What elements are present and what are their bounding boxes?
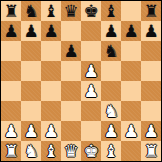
piece-white-rook[interactable]: ♜ — [143, 141, 158, 161]
piece-white-pawn[interactable]: ♟ — [103, 121, 118, 141]
square-a1[interactable]: ♜ — [1, 141, 21, 161]
square-f1[interactable]: ♝ — [101, 141, 121, 161]
square-c4[interactable] — [41, 81, 61, 101]
piece-black-rook[interactable]: ♜ — [3, 1, 18, 21]
piece-black-bishop[interactable]: ♝ — [103, 1, 118, 21]
square-f2[interactable]: ♟ — [101, 121, 121, 141]
square-h7[interactable]: ♟ — [141, 21, 161, 41]
square-d1[interactable]: ♛ — [61, 141, 81, 161]
square-a6[interactable] — [1, 41, 21, 61]
piece-white-king[interactable]: ♚ — [83, 141, 98, 161]
piece-black-pawn[interactable]: ♟ — [123, 21, 138, 41]
piece-black-queen[interactable]: ♛ — [63, 1, 78, 21]
piece-white-pawn[interactable]: ♟ — [83, 81, 98, 101]
piece-white-knight[interactable]: ♞ — [23, 141, 38, 161]
piece-white-knight[interactable]: ♞ — [103, 101, 118, 121]
square-c7[interactable]: ♟ — [41, 21, 61, 41]
square-e2[interactable] — [81, 121, 101, 141]
square-g1[interactable] — [121, 141, 141, 161]
square-h1[interactable]: ♜ — [141, 141, 161, 161]
square-c3[interactable] — [41, 101, 61, 121]
piece-white-pawn[interactable]: ♟ — [123, 121, 138, 141]
square-f5[interactable] — [101, 61, 121, 81]
square-g4[interactable] — [121, 81, 141, 101]
square-a2[interactable]: ♟ — [1, 121, 21, 141]
piece-black-rook[interactable]: ♜ — [143, 1, 158, 21]
square-e4[interactable]: ♟ — [81, 81, 101, 101]
square-c8[interactable]: ♝ — [41, 1, 61, 21]
square-a8[interactable]: ♜ — [1, 1, 21, 21]
square-h8[interactable]: ♜ — [141, 1, 161, 21]
square-h6[interactable] — [141, 41, 161, 61]
piece-white-pawn[interactable]: ♟ — [3, 121, 18, 141]
square-e3[interactable] — [81, 101, 101, 121]
piece-white-bishop[interactable]: ♝ — [103, 141, 118, 161]
square-d6[interactable]: ♟ — [61, 41, 81, 61]
square-h5[interactable] — [141, 61, 161, 81]
piece-black-pawn[interactable]: ♟ — [103, 21, 118, 41]
piece-black-knight[interactable]: ♞ — [23, 1, 38, 21]
square-e5[interactable]: ♟ — [81, 61, 101, 81]
square-e1[interactable]: ♚ — [81, 141, 101, 161]
square-d3[interactable] — [61, 101, 81, 121]
square-e7[interactable] — [81, 21, 101, 41]
square-h3[interactable] — [141, 101, 161, 121]
square-c2[interactable]: ♟ — [41, 121, 61, 141]
square-b6[interactable] — [21, 41, 41, 61]
square-a3[interactable] — [1, 101, 21, 121]
piece-black-king[interactable]: ♚ — [83, 1, 98, 21]
square-f3[interactable]: ♞ — [101, 101, 121, 121]
piece-black-pawn[interactable]: ♟ — [43, 21, 58, 41]
square-d8[interactable]: ♛ — [61, 1, 81, 21]
piece-white-pawn[interactable]: ♟ — [143, 121, 158, 141]
square-b4[interactable] — [21, 81, 41, 101]
piece-black-pawn[interactable]: ♟ — [23, 21, 38, 41]
square-c5[interactable] — [41, 61, 61, 81]
square-h2[interactable]: ♟ — [141, 121, 161, 141]
piece-white-pawn[interactable]: ♟ — [23, 121, 38, 141]
square-d2[interactable] — [61, 121, 81, 141]
square-h4[interactable] — [141, 81, 161, 101]
square-a4[interactable] — [1, 81, 21, 101]
square-d4[interactable] — [61, 81, 81, 101]
piece-black-pawn[interactable]: ♟ — [63, 41, 78, 61]
piece-black-knight[interactable]: ♞ — [103, 41, 118, 61]
square-b7[interactable]: ♟ — [21, 21, 41, 41]
square-b5[interactable] — [21, 61, 41, 81]
square-b8[interactable]: ♞ — [21, 1, 41, 21]
square-b1[interactable]: ♞ — [21, 141, 41, 161]
square-f4[interactable] — [101, 81, 121, 101]
chess-board: ♜♞♝♛♚♝♜♟♟♟♟♟♟♟♞♟♟♞♟♟♟♟♟♟♜♞♝♛♚♝♜ — [0, 0, 162, 162]
square-f7[interactable]: ♟ — [101, 21, 121, 41]
square-b3[interactable] — [21, 101, 41, 121]
piece-white-bishop[interactable]: ♝ — [43, 141, 58, 161]
piece-black-bishop[interactable]: ♝ — [43, 1, 58, 21]
square-g7[interactable]: ♟ — [121, 21, 141, 41]
square-g5[interactable] — [121, 61, 141, 81]
square-g3[interactable] — [121, 101, 141, 121]
square-e8[interactable]: ♚ — [81, 1, 101, 21]
square-f6[interactable]: ♞ — [101, 41, 121, 61]
piece-white-pawn[interactable]: ♟ — [43, 121, 58, 141]
square-f8[interactable]: ♝ — [101, 1, 121, 21]
piece-white-rook[interactable]: ♜ — [3, 141, 18, 161]
piece-white-pawn[interactable]: ♟ — [83, 61, 98, 81]
piece-black-pawn[interactable]: ♟ — [3, 21, 18, 41]
square-g2[interactable]: ♟ — [121, 121, 141, 141]
piece-white-queen[interactable]: ♛ — [63, 141, 78, 161]
piece-black-pawn[interactable]: ♟ — [143, 21, 158, 41]
square-a5[interactable] — [1, 61, 21, 81]
square-g8[interactable] — [121, 1, 141, 21]
square-c6[interactable] — [41, 41, 61, 61]
square-d7[interactable] — [61, 21, 81, 41]
square-g6[interactable] — [121, 41, 141, 61]
square-b2[interactable]: ♟ — [21, 121, 41, 141]
square-e6[interactable] — [81, 41, 101, 61]
square-c1[interactable]: ♝ — [41, 141, 61, 161]
square-d5[interactable] — [61, 61, 81, 81]
square-a7[interactable]: ♟ — [1, 21, 21, 41]
